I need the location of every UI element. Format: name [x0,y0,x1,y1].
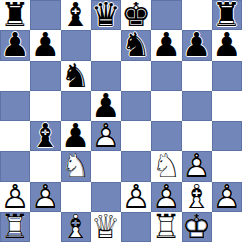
square-f1[interactable]: ♜♖ [151,212,181,242]
white-pawn-h2[interactable]: ♟♙ [212,182,242,212]
black-pawn-b7[interactable]: ♟ [30,30,60,60]
white-pawn-e2[interactable]: ♟♙ [121,182,151,212]
square-g6[interactable] [182,61,212,91]
square-h2[interactable]: ♟♙ [212,182,242,212]
black-pawn-h7[interactable]: ♟ [212,30,242,60]
square-d8[interactable]: ♛ [91,0,121,30]
white-rook-a1[interactable]: ♜♖ [0,212,30,242]
black-knight-c6[interactable]: ♞ [61,61,91,91]
square-a4[interactable] [0,121,30,151]
black-queen-d8[interactable]: ♛ [91,0,121,30]
square-e7[interactable]: ♞ [121,30,151,60]
white-queen-d1[interactable]: ♛♕ [91,212,121,242]
white-king-g1[interactable]: ♚♔ [182,212,212,242]
square-e1[interactable] [121,212,151,242]
black-pawn-g7[interactable]: ♟ [182,30,212,60]
square-d1[interactable]: ♛♕ [91,212,121,242]
white-pawn-d4[interactable]: ♟♙ [91,121,121,151]
square-g1[interactable]: ♚♔ [182,212,212,242]
white-bishop-c1[interactable]: ♝♗ [61,212,91,242]
square-f7[interactable]: ♟ [151,30,181,60]
square-b7[interactable]: ♟ [30,30,60,60]
white-knight-c3[interactable]: ♞♘ [61,151,91,181]
square-a7[interactable]: ♟ [0,30,30,60]
square-h5[interactable] [212,91,242,121]
square-a6[interactable] [0,61,30,91]
square-e6[interactable] [121,61,151,91]
square-g7[interactable]: ♟ [182,30,212,60]
black-pawn-a7[interactable]: ♟ [0,30,30,60]
black-pawn-f7[interactable]: ♟ [151,30,181,60]
white-pawn-b2[interactable]: ♟♙ [30,182,60,212]
square-c8[interactable]: ♝ [61,0,91,30]
square-e4[interactable] [121,121,151,151]
square-d3[interactable] [91,151,121,181]
square-b2[interactable]: ♟♙ [30,182,60,212]
square-c6[interactable]: ♞ [61,61,91,91]
chess-board: ♜♝♛♚♜♟♟♞♟♟♟♞♟♝♟♟♙♞♘♞♘♟♙♟♙♟♙♟♙♟♙♝♗♟♙♜♖♝♗♛… [0,0,242,242]
square-b6[interactable] [30,61,60,91]
square-c1[interactable]: ♝♗ [61,212,91,242]
square-h7[interactable]: ♟ [212,30,242,60]
square-h1[interactable] [212,212,242,242]
square-f6[interactable] [151,61,181,91]
square-b4[interactable]: ♝ [30,121,60,151]
square-b1[interactable] [30,212,60,242]
square-g5[interactable] [182,91,212,121]
square-h6[interactable] [212,61,242,91]
square-h4[interactable] [212,121,242,151]
square-a5[interactable] [0,91,30,121]
square-d7[interactable] [91,30,121,60]
black-knight-e7[interactable]: ♞ [121,30,151,60]
square-c3[interactable]: ♞♘ [61,151,91,181]
square-f5[interactable] [151,91,181,121]
black-bishop-b4[interactable]: ♝ [30,121,60,151]
square-e2[interactable]: ♟♙ [121,182,151,212]
square-d4[interactable]: ♟♙ [91,121,121,151]
square-e5[interactable] [121,91,151,121]
black-bishop-c8[interactable]: ♝ [61,0,91,30]
square-a1[interactable]: ♜♖ [0,212,30,242]
white-rook-f1[interactable]: ♜♖ [151,212,181,242]
